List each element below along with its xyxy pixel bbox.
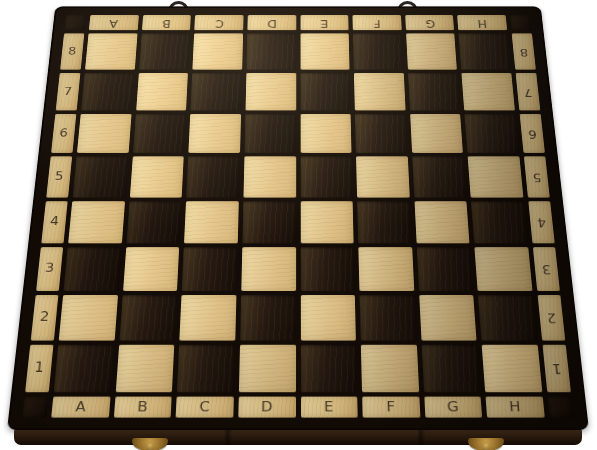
- square-f6[interactable]: [355, 114, 407, 153]
- square-f4[interactable]: [357, 201, 411, 243]
- file-letter: E: [320, 18, 329, 27]
- file-letter: G: [424, 18, 435, 27]
- square-h5[interactable]: [468, 157, 523, 198]
- square-g2[interactable]: [419, 295, 477, 341]
- file-letter: E: [324, 400, 334, 413]
- square-g6[interactable]: [410, 114, 463, 153]
- rank-label-left-3: 3: [36, 247, 63, 291]
- square-c8[interactable]: [193, 33, 243, 69]
- square-d6[interactable]: [244, 114, 295, 153]
- file-label-bottom-c: C: [176, 397, 234, 418]
- square-e7[interactable]: [300, 73, 350, 111]
- square-f5[interactable]: [356, 157, 409, 198]
- square-e5[interactable]: [300, 157, 352, 198]
- square-h4[interactable]: [471, 201, 528, 243]
- rank-number: 6: [59, 128, 69, 138]
- square-d3[interactable]: [241, 247, 296, 291]
- file-label-bottom-h: H: [486, 397, 545, 418]
- rank-number: 5: [54, 171, 64, 182]
- file-letter: B: [137, 400, 149, 413]
- square-a7[interactable]: [81, 73, 134, 111]
- frame-corner: [510, 15, 532, 30]
- rank-label-left-4: 4: [41, 201, 67, 243]
- file-letter: A: [75, 400, 87, 413]
- square-b5[interactable]: [130, 157, 184, 198]
- square-e1[interactable]: [300, 345, 357, 393]
- square-c6[interactable]: [189, 114, 241, 153]
- square-b6[interactable]: [133, 114, 186, 153]
- rank-label-right-7: 7: [516, 73, 541, 111]
- rank-label-right-3: 3: [533, 247, 560, 291]
- rank-label-left-6: 6: [51, 114, 76, 153]
- rank-number: 1: [551, 362, 562, 375]
- file-label-top-c: C: [194, 15, 243, 30]
- file-letter: D: [261, 400, 273, 413]
- square-d1[interactable]: [239, 345, 296, 393]
- clasp-left: [132, 438, 168, 450]
- rank-label-left-8: 8: [60, 33, 84, 69]
- square-a8[interactable]: [85, 33, 137, 69]
- rank-number: 3: [44, 263, 55, 275]
- square-e8[interactable]: [300, 33, 350, 69]
- rank-number: 7: [63, 87, 73, 97]
- rank-label-left-2: 2: [31, 295, 59, 341]
- square-c4[interactable]: [184, 201, 238, 243]
- rank-number: 1: [34, 362, 45, 375]
- file-letter: F: [386, 400, 396, 413]
- square-g1[interactable]: [421, 345, 480, 393]
- square-d5[interactable]: [243, 157, 295, 198]
- photo-scene: ABCDEFGH8877665544332211ABCDEFGH: [0, 0, 597, 450]
- file-label-top-a: A: [89, 15, 139, 30]
- clasp-right: [468, 438, 504, 450]
- square-d2[interactable]: [240, 295, 296, 341]
- rank-label-right-8: 8: [512, 33, 536, 69]
- file-label-bottom-d: D: [238, 397, 295, 418]
- square-e3[interactable]: [300, 247, 355, 291]
- file-label-bottom-g: G: [424, 397, 482, 418]
- rank-number: 2: [39, 311, 50, 323]
- square-g7[interactable]: [408, 73, 460, 111]
- square-f3[interactable]: [358, 247, 414, 291]
- rank-number: 6: [527, 128, 537, 138]
- file-letter: G: [447, 400, 460, 413]
- board-grid: ABCDEFGH8877665544332211ABCDEFGH: [7, 6, 589, 430]
- square-a4[interactable]: [68, 201, 125, 243]
- square-e6[interactable]: [300, 114, 351, 153]
- frame-corner: [22, 397, 48, 418]
- square-c2[interactable]: [180, 295, 237, 341]
- square-a1[interactable]: [54, 345, 114, 393]
- file-label-top-h: H: [457, 15, 507, 30]
- square-d8[interactable]: [246, 33, 296, 69]
- file-label-bottom-e: E: [300, 397, 357, 418]
- file-label-top-d: D: [247, 15, 296, 30]
- square-f8[interactable]: [353, 33, 403, 69]
- rank-label-left-5: 5: [46, 157, 72, 198]
- rank-label-right-6: 6: [520, 114, 545, 153]
- square-c5[interactable]: [186, 157, 239, 198]
- square-f2[interactable]: [360, 295, 417, 341]
- square-b3[interactable]: [123, 247, 180, 291]
- rank-number: 8: [68, 47, 78, 57]
- rank-label-left-1: 1: [25, 345, 53, 393]
- rank-number: 4: [49, 216, 59, 227]
- square-h2[interactable]: [478, 295, 537, 341]
- square-b7[interactable]: [136, 73, 188, 111]
- file-letter: B: [162, 18, 172, 27]
- rank-label-right-5: 5: [524, 157, 550, 198]
- rank-label-right-2: 2: [538, 295, 566, 341]
- square-g3[interactable]: [417, 247, 474, 291]
- square-b2[interactable]: [119, 295, 177, 341]
- square-h7[interactable]: [462, 73, 515, 111]
- square-b1[interactable]: [115, 345, 174, 393]
- square-e4[interactable]: [300, 201, 353, 243]
- file-label-bottom-b: B: [114, 397, 172, 418]
- square-c3[interactable]: [182, 247, 238, 291]
- rank-number: 3: [541, 263, 552, 275]
- chessboard: ABCDEFGH8877665544332211ABCDEFGH: [7, 6, 589, 430]
- square-g5[interactable]: [412, 157, 466, 198]
- square-g4[interactable]: [414, 201, 470, 243]
- square-a2[interactable]: [59, 295, 118, 341]
- frame-corner: [64, 15, 86, 30]
- square-a6[interactable]: [77, 114, 131, 153]
- file-letter: A: [109, 18, 119, 27]
- square-b8[interactable]: [139, 33, 190, 69]
- square-c1[interactable]: [177, 345, 235, 393]
- file-label-bottom-a: A: [51, 397, 110, 418]
- rank-label-left-7: 7: [56, 73, 81, 111]
- rank-number: 5: [532, 171, 542, 182]
- rank-number: 7: [523, 87, 533, 97]
- rank-number: 4: [536, 216, 546, 227]
- square-d4[interactable]: [242, 201, 295, 243]
- square-g8[interactable]: [406, 33, 457, 69]
- file-letter: F: [373, 18, 381, 27]
- rank-label-right-4: 4: [528, 201, 554, 243]
- file-letter: C: [199, 400, 210, 413]
- square-b4[interactable]: [126, 201, 182, 243]
- square-d7[interactable]: [245, 73, 295, 111]
- file-label-top-b: B: [142, 15, 191, 30]
- file-label-top-g: G: [405, 15, 454, 30]
- file-label-bottom-f: F: [362, 397, 420, 418]
- square-h3[interactable]: [475, 247, 533, 291]
- square-a5[interactable]: [73, 157, 128, 198]
- frame-corner: [548, 397, 574, 418]
- file-label-top-e: E: [300, 15, 349, 30]
- square-h8[interactable]: [459, 33, 511, 69]
- file-letter: H: [509, 400, 522, 413]
- file-letter: H: [477, 18, 488, 27]
- rank-number: 8: [519, 47, 529, 57]
- square-a3[interactable]: [64, 247, 122, 291]
- square-f7[interactable]: [354, 73, 405, 111]
- square-h1[interactable]: [482, 345, 542, 393]
- file-letter: D: [267, 18, 277, 27]
- file-letter: C: [214, 18, 224, 27]
- box-side-edge: [14, 429, 582, 445]
- square-c7[interactable]: [191, 73, 242, 111]
- rank-number: 2: [546, 311, 557, 323]
- file-label-top-f: F: [353, 15, 402, 30]
- square-f1[interactable]: [361, 345, 419, 393]
- square-e2[interactable]: [300, 295, 356, 341]
- rank-label-right-1: 1: [543, 345, 571, 393]
- square-h6[interactable]: [465, 114, 519, 153]
